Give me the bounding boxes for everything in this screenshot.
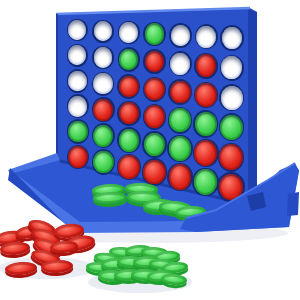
connect-four-product-photo bbox=[0, 0, 300, 300]
pile-green-disc bbox=[160, 272, 187, 286]
green-disc-pile bbox=[0, 0, 300, 300]
